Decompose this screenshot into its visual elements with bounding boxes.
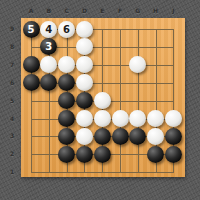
black-stone-D2 — [76, 146, 93, 163]
row-label: 4 — [7, 115, 17, 123]
black-stone-E3 — [94, 128, 111, 145]
go-board[interactable]: 5463 — [21, 18, 185, 177]
white-stone-E5 — [94, 92, 111, 109]
white-stone-G7 — [129, 56, 146, 73]
column-label: G — [132, 7, 144, 15]
black-stone-H2 — [147, 146, 164, 163]
board-grid: 5463 — [31, 29, 174, 173]
black-stone-A9: 5 — [23, 21, 40, 38]
white-stone-F4 — [112, 110, 129, 127]
background: 5463 A9B8C7D6E5F4G3H2J1 — [0, 0, 200, 200]
row-label: 2 — [7, 150, 17, 158]
white-stone-C7 — [58, 56, 75, 73]
grid-line-vertical — [120, 29, 121, 173]
black-stone-C5 — [58, 92, 75, 109]
white-stone-H3 — [147, 128, 164, 145]
black-stone-C2 — [58, 146, 75, 163]
move-number: 3 — [45, 38, 52, 55]
white-stone-D7 — [76, 56, 93, 73]
white-stone-E4 — [94, 110, 111, 127]
column-label: E — [96, 7, 108, 15]
move-number: 4 — [45, 21, 52, 38]
white-stone-B7 — [40, 56, 57, 73]
white-stone-J4 — [165, 110, 182, 127]
grid-line-vertical — [138, 29, 139, 173]
column-label: B — [43, 7, 55, 15]
grid-line-horizontal — [31, 172, 174, 173]
black-stone-J2 — [165, 146, 182, 163]
column-label: J — [167, 7, 179, 15]
row-label: 7 — [7, 61, 17, 69]
black-stone-C4 — [58, 110, 75, 127]
black-stone-C6 — [58, 74, 75, 91]
white-stone-D4 — [76, 110, 93, 127]
black-stone-A6 — [23, 74, 40, 91]
white-stone-D8 — [76, 38, 93, 55]
white-stone-C9: 6 — [58, 21, 75, 38]
row-label: 1 — [7, 168, 17, 176]
white-stone-B9: 4 — [40, 21, 57, 38]
white-stone-D6 — [76, 74, 93, 91]
move-number: 6 — [63, 21, 70, 38]
black-stone-B8: 3 — [40, 38, 57, 55]
row-label: 9 — [7, 25, 17, 33]
white-stone-H4 — [147, 110, 164, 127]
white-stone-D3 — [76, 128, 93, 145]
black-stone-E2 — [94, 146, 111, 163]
white-stone-G4 — [129, 110, 146, 127]
column-label: D — [78, 7, 90, 15]
white-stone-D9 — [76, 21, 93, 38]
black-stone-B6 — [40, 74, 57, 91]
row-label: 6 — [7, 79, 17, 87]
row-label: 5 — [7, 97, 17, 105]
black-stone-J3 — [165, 128, 182, 145]
column-label: C — [61, 7, 73, 15]
black-stone-A7 — [23, 56, 40, 73]
move-number: 5 — [28, 21, 35, 38]
black-stone-D5 — [76, 92, 93, 109]
row-label: 3 — [7, 132, 17, 140]
column-label: A — [25, 7, 37, 15]
column-label: F — [114, 7, 126, 15]
black-stone-G3 — [129, 128, 146, 145]
black-stone-F3 — [112, 128, 129, 145]
black-stone-C3 — [58, 128, 75, 145]
row-label: 8 — [7, 43, 17, 51]
column-label: H — [150, 7, 162, 15]
